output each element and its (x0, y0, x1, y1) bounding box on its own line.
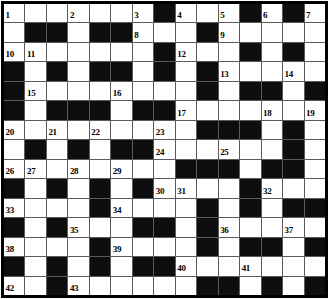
cell-r0c4[interactable] (90, 4, 110, 22)
cell-r4c4[interactable] (90, 82, 110, 100)
cell-r1c3[interactable] (68, 23, 88, 41)
cell-r4c5[interactable]: 16 (111, 82, 131, 100)
cell-r12c5[interactable]: 39 (111, 238, 131, 256)
cell-r5c9[interactable] (197, 101, 217, 119)
cell-r6c2[interactable]: 21 (47, 121, 67, 139)
cell-r1c8[interactable] (176, 23, 196, 41)
crossword-page: 1234567891011121314151617181920212223242… (0, 0, 329, 299)
black-cell-r12c11 (240, 238, 260, 256)
cell-r0c6[interactable]: 3 (133, 4, 153, 22)
cell-r9c12[interactable]: 32 (262, 179, 282, 197)
black-cell-r5c0 (4, 101, 24, 119)
cell-r3c14[interactable] (305, 62, 325, 80)
cell-r3c12[interactable] (262, 62, 282, 80)
black-cell-r5c7 (154, 101, 174, 119)
cell-r1c6[interactable]: 8 (133, 23, 153, 41)
cell-r11c13[interactable]: 37 (283, 218, 303, 236)
cell-r4c6[interactable] (133, 82, 153, 100)
black-cell-r5c3 (68, 101, 88, 119)
cell-r2c1[interactable]: 11 (25, 43, 45, 61)
cell-r3c1[interactable] (25, 62, 45, 80)
black-cell-r14c12 (262, 277, 282, 295)
cell-r3c10[interactable]: 13 (219, 62, 239, 80)
cell-r8c11[interactable] (240, 160, 260, 178)
cell-r0c0[interactable]: 1 (4, 4, 24, 22)
cell-r14c6[interactable] (133, 277, 153, 295)
black-cell-r3c2 (47, 62, 67, 80)
black-cell-r6c13 (283, 121, 303, 139)
black-cell-r6c11 (240, 121, 260, 139)
clue-number-21: 21 (48, 128, 56, 137)
cell-r0c9[interactable] (197, 4, 217, 22)
black-cell-r13c0 (4, 257, 24, 275)
cell-r9c14[interactable] (305, 179, 325, 197)
black-cell-r10c13 (283, 199, 303, 217)
cell-r6c0[interactable]: 20 (4, 121, 24, 139)
cell-r12c0[interactable]: 38 (4, 238, 24, 256)
clue-number-5: 5 (220, 11, 224, 20)
cell-r1c14[interactable] (305, 23, 325, 41)
black-cell-r8c13 (283, 160, 303, 178)
clue-number-40: 40 (177, 264, 185, 273)
cell-r11c3[interactable]: 35 (68, 218, 88, 236)
cell-r7c9[interactable] (197, 140, 217, 158)
clue-number-24: 24 (156, 148, 164, 157)
clue-number-19: 19 (306, 109, 314, 118)
black-cell-r5c2 (47, 101, 67, 119)
cell-r4c1[interactable]: 15 (25, 82, 45, 100)
black-cell-r10c4 (90, 199, 110, 217)
cell-r4c8[interactable] (176, 82, 196, 100)
clue-number-15: 15 (27, 89, 35, 98)
black-cell-r12c14 (305, 238, 325, 256)
cell-r5c11[interactable] (240, 101, 260, 119)
black-cell-r1c4 (90, 23, 110, 41)
cell-r2c3[interactable] (68, 43, 88, 61)
cell-r4c2[interactable] (47, 82, 67, 100)
cell-r9c8[interactable]: 31 (176, 179, 196, 197)
cell-r14c1[interactable] (25, 277, 45, 295)
cell-r2c8[interactable]: 12 (176, 43, 196, 61)
cell-r7c0[interactable] (4, 140, 24, 158)
cell-r10c7[interactable] (154, 199, 174, 217)
black-cell-r14c10 (219, 277, 239, 295)
black-cell-r9c2 (47, 179, 67, 197)
cell-r14c3[interactable]: 43 (68, 277, 88, 295)
cell-r14c5[interactable] (111, 277, 131, 295)
cell-r5c14[interactable]: 19 (305, 101, 325, 119)
cell-r13c13[interactable] (283, 257, 303, 275)
black-cell-r1c5 (111, 23, 131, 41)
cell-r3c8[interactable] (176, 62, 196, 80)
cell-r14c11[interactable] (240, 277, 260, 295)
black-cell-r9c6 (133, 179, 153, 197)
clue-number-34: 34 (113, 206, 121, 215)
cell-r0c2[interactable] (47, 4, 67, 22)
cell-r9c10[interactable] (219, 179, 239, 197)
cell-r12c10[interactable] (219, 238, 239, 256)
black-cell-r7c13 (283, 140, 303, 158)
black-cell-r2c11 (240, 43, 260, 61)
black-cell-r14c2 (47, 277, 67, 295)
black-cell-r13c2 (47, 257, 67, 275)
cell-r13c10[interactable] (219, 257, 239, 275)
cell-r1c10[interactable]: 9 (219, 23, 239, 41)
cell-r2c4[interactable] (90, 43, 110, 61)
cell-r12c8[interactable] (176, 238, 196, 256)
cell-r6c5[interactable] (111, 121, 131, 139)
clue-number-18: 18 (263, 109, 271, 118)
cell-r10c8[interactable] (176, 199, 196, 217)
black-cell-r5c4 (90, 101, 110, 119)
crossword-grid: 1234567891011121314151617181920212223242… (1, 1, 328, 298)
cell-r14c7[interactable] (154, 277, 174, 295)
black-cell-r3c5 (111, 62, 131, 80)
black-cell-r8c10 (219, 160, 239, 178)
cell-r13c9[interactable] (197, 257, 217, 275)
cell-r6c3[interactable] (68, 121, 88, 139)
clue-number-16: 16 (113, 89, 121, 98)
black-cell-r9c11 (240, 179, 260, 197)
cell-r13c11[interactable]: 41 (240, 257, 260, 275)
clue-number-35: 35 (70, 226, 78, 235)
clue-number-22: 22 (91, 128, 99, 137)
black-cell-r1c1 (25, 23, 45, 41)
cell-r8c3[interactable]: 28 (68, 160, 88, 178)
cell-r0c12[interactable]: 6 (262, 4, 282, 22)
black-cell-r6c9 (197, 121, 217, 139)
black-cell-r7c5 (111, 140, 131, 158)
cell-r6c4[interactable]: 22 (90, 121, 110, 139)
cell-r2c10[interactable] (219, 43, 239, 61)
black-cell-r8c9 (197, 160, 217, 178)
cell-r7c10[interactable]: 25 (219, 140, 239, 158)
cell-r11c11[interactable] (240, 218, 260, 236)
cell-r0c3[interactable]: 2 (68, 4, 88, 22)
black-cell-r14c9 (197, 277, 217, 295)
cell-r7c8[interactable] (176, 140, 196, 158)
clue-number-27: 27 (27, 167, 35, 176)
black-cell-r6c10 (219, 121, 239, 139)
cell-r10c0[interactable]: 33 (4, 199, 24, 217)
cell-r9c3[interactable] (68, 179, 88, 197)
cell-r9c1[interactable] (25, 179, 45, 197)
cell-r7c14[interactable] (305, 140, 325, 158)
black-cell-r0c11 (240, 4, 260, 22)
clue-number-28: 28 (70, 167, 78, 176)
black-cell-r3c7 (154, 62, 174, 80)
clue-number-39: 39 (113, 245, 121, 254)
black-cell-r10c14 (305, 199, 325, 217)
cell-r11c1[interactable] (25, 218, 45, 236)
clue-number-32: 32 (263, 187, 271, 196)
black-cell-r14c14 (305, 277, 325, 295)
cell-r13c8[interactable]: 40 (176, 257, 196, 275)
cell-r3c6[interactable] (133, 62, 153, 80)
black-cell-r10c9 (197, 199, 217, 217)
clue-number-23: 23 (156, 128, 164, 137)
cell-r4c10[interactable] (219, 82, 239, 100)
clue-number-43: 43 (70, 284, 78, 293)
black-cell-r4c12 (262, 82, 282, 100)
clue-number-8: 8 (134, 31, 138, 40)
clue-number-29: 29 (113, 167, 121, 176)
cell-r13c3[interactable] (68, 257, 88, 275)
black-cell-r11c9 (197, 218, 217, 236)
black-cell-r9c0 (4, 179, 24, 197)
clue-number-13: 13 (220, 70, 228, 79)
cell-r8c2[interactable] (47, 160, 67, 178)
cell-r8c1[interactable]: 27 (25, 160, 45, 178)
cell-r0c1[interactable] (25, 4, 45, 22)
clue-number-25: 25 (220, 148, 228, 157)
cell-r3c3[interactable] (68, 62, 88, 80)
cell-r11c8[interactable] (176, 218, 196, 236)
cell-r11c4[interactable] (90, 218, 110, 236)
black-cell-r12c12 (262, 238, 282, 256)
clue-number-33: 33 (6, 206, 14, 215)
cell-r12c2[interactable] (47, 238, 67, 256)
black-cell-r1c2 (47, 23, 67, 41)
black-cell-r11c2 (47, 218, 67, 236)
clue-number-20: 20 (6, 128, 14, 137)
cell-r0c14[interactable]: 7 (305, 4, 325, 22)
cell-r10c12[interactable] (262, 199, 282, 217)
cell-r10c2[interactable] (47, 199, 67, 217)
clue-number-6: 6 (263, 11, 267, 20)
cell-r13c5[interactable] (111, 257, 131, 275)
clue-number-12: 12 (177, 50, 185, 59)
cell-r1c11[interactable] (240, 23, 260, 41)
cell-r2c9[interactable] (197, 43, 217, 61)
black-cell-r0c13 (283, 4, 303, 22)
cell-r1c12[interactable] (262, 23, 282, 41)
cell-r8c5[interactable]: 29 (111, 160, 131, 178)
black-cell-r11c6 (133, 218, 153, 236)
black-cell-r1c9 (197, 23, 217, 41)
cell-r5c5[interactable] (111, 101, 131, 119)
cell-r5c1[interactable] (25, 101, 45, 119)
cell-r2c2[interactable] (47, 43, 67, 61)
cell-r5c13[interactable] (283, 101, 303, 119)
cell-r0c5[interactable] (111, 4, 131, 22)
cell-r1c7[interactable] (154, 23, 174, 41)
cell-r11c10[interactable]: 36 (219, 218, 239, 236)
cell-r10c5[interactable]: 34 (111, 199, 131, 217)
black-cell-r3c4 (90, 62, 110, 80)
cell-r2c5[interactable] (111, 43, 131, 61)
clue-number-17: 17 (177, 109, 185, 118)
cell-r7c12[interactable] (262, 140, 282, 158)
cell-r10c1[interactable] (25, 199, 45, 217)
black-cell-r4c9 (197, 82, 217, 100)
cell-r6c6[interactable] (133, 121, 153, 139)
cell-r14c8[interactable] (176, 277, 196, 295)
cell-r12c13[interactable] (283, 238, 303, 256)
cell-r2c6[interactable] (133, 43, 153, 61)
cell-r13c1[interactable] (25, 257, 45, 275)
cell-r0c8[interactable]: 4 (176, 4, 196, 22)
clue-number-14: 14 (285, 70, 293, 79)
clue-number-41: 41 (242, 264, 250, 273)
clue-number-42: 42 (6, 284, 14, 293)
cell-r9c9[interactable] (197, 179, 217, 197)
cell-r4c3[interactable] (68, 82, 88, 100)
black-cell-r10c11 (240, 199, 260, 217)
clue-number-7: 7 (306, 11, 310, 20)
cell-r14c0[interactable]: 42 (4, 277, 24, 295)
clue-number-37: 37 (285, 226, 293, 235)
cell-r11c12[interactable] (262, 218, 282, 236)
black-cell-r5c6 (133, 101, 153, 119)
cell-r11c14[interactable] (305, 218, 325, 236)
clue-number-4: 4 (177, 11, 181, 20)
cell-r2c0[interactable]: 10 (4, 43, 24, 61)
cell-r8c0[interactable]: 26 (4, 160, 24, 178)
cell-r11c5[interactable] (111, 218, 131, 236)
black-cell-r7c3 (68, 140, 88, 158)
cell-r6c14[interactable] (305, 121, 325, 139)
clue-number-9: 9 (220, 31, 224, 40)
cell-r9c13[interactable] (283, 179, 303, 197)
clue-number-1: 1 (6, 11, 10, 20)
clue-number-31: 31 (177, 187, 185, 196)
cell-r3c11[interactable] (240, 62, 260, 80)
black-cell-r12c9 (197, 238, 217, 256)
cell-r13c14[interactable] (305, 257, 325, 275)
cell-r9c5[interactable] (111, 179, 131, 197)
cell-r5c8[interactable]: 17 (176, 101, 196, 119)
clue-number-10: 10 (6, 50, 14, 59)
black-cell-r0c7 (154, 4, 174, 22)
cell-r7c4[interactable] (90, 140, 110, 158)
cell-r14c4[interactable] (90, 277, 110, 295)
black-cell-r12c4 (90, 238, 110, 256)
black-cell-r4c11 (240, 82, 260, 100)
cell-r10c10[interactable] (219, 199, 239, 217)
clue-number-30: 30 (156, 187, 164, 196)
cell-r6c8[interactable] (176, 121, 196, 139)
clue-number-26: 26 (6, 167, 14, 176)
cell-r12c6[interactable] (133, 238, 153, 256)
cell-r5c12[interactable]: 18 (262, 101, 282, 119)
cell-r5c10[interactable] (219, 101, 239, 119)
cell-r7c2[interactable] (47, 140, 67, 158)
black-cell-r8c12 (262, 160, 282, 178)
cell-r13c12[interactable] (262, 257, 282, 275)
clue-number-38: 38 (6, 245, 14, 254)
cell-r7c11[interactable] (240, 140, 260, 158)
cell-r1c13[interactable] (283, 23, 303, 41)
black-cell-r11c7 (154, 218, 174, 236)
cell-r4c13[interactable] (283, 82, 303, 100)
cell-r12c7[interactable] (154, 238, 174, 256)
cell-r4c7[interactable] (154, 82, 174, 100)
black-cell-r4c0 (4, 82, 24, 100)
cell-r8c6[interactable] (133, 160, 153, 178)
cell-r7c7[interactable]: 24 (154, 140, 174, 158)
cell-r6c1[interactable] (25, 121, 45, 139)
cell-r14c13[interactable] (283, 277, 303, 295)
cell-r12c3[interactable] (68, 238, 88, 256)
cell-r6c12[interactable] (262, 121, 282, 139)
clue-number-3: 3 (134, 11, 138, 20)
black-cell-r3c9 (197, 62, 217, 80)
black-cell-r4c14 (305, 82, 325, 100)
black-cell-r2c13 (283, 43, 303, 61)
clue-number-11: 11 (27, 50, 35, 59)
cell-r8c4[interactable] (90, 160, 110, 178)
clue-number-36: 36 (220, 226, 228, 235)
black-cell-r7c6 (133, 140, 153, 158)
black-cell-r7c1 (25, 140, 45, 158)
cell-r10c3[interactable] (68, 199, 88, 217)
black-cell-r13c4 (90, 257, 110, 275)
cell-r8c7[interactable] (154, 160, 174, 178)
cell-r2c12[interactable] (262, 43, 282, 61)
cell-r9c7[interactable]: 30 (154, 179, 174, 197)
black-cell-r3c0 (4, 62, 24, 80)
black-cell-r9c4 (90, 179, 110, 197)
cell-r1c0[interactable] (4, 23, 24, 41)
cell-r2c14[interactable] (305, 43, 325, 61)
cell-r8c14[interactable] (305, 160, 325, 178)
black-cell-r11c0 (4, 218, 24, 236)
cell-r6c7[interactable]: 23 (154, 121, 174, 139)
black-cell-r13c6 (133, 257, 153, 275)
black-cell-r13c7 (154, 257, 174, 275)
cell-r3c13[interactable]: 14 (283, 62, 303, 80)
clue-number-2: 2 (70, 11, 74, 20)
black-cell-r2c7 (154, 43, 174, 61)
black-cell-r8c8 (176, 160, 196, 178)
cell-r12c1[interactable] (25, 238, 45, 256)
cell-r10c6[interactable] (133, 199, 153, 217)
cell-r0c10[interactable]: 5 (219, 4, 239, 22)
